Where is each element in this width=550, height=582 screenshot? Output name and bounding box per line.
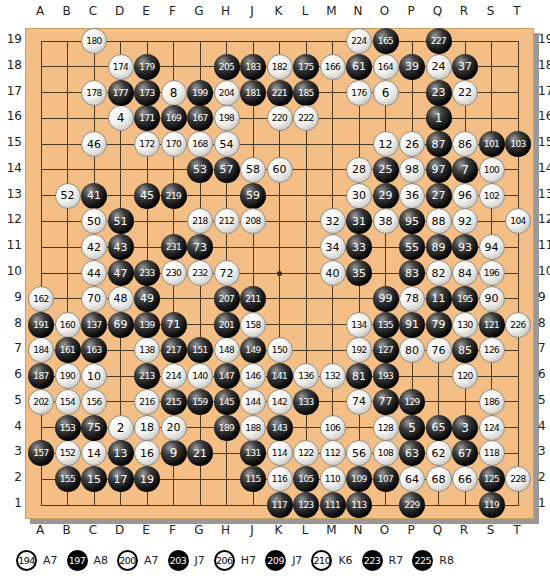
row-label-left-4: 4 — [0, 419, 22, 433]
stone-T2: 228 — [505, 466, 531, 492]
stone-O18: 164 — [373, 54, 399, 80]
stone-Q11: 89 — [426, 234, 452, 260]
stone-N12: 31 — [346, 208, 372, 234]
row-label-left-7: 7 — [0, 341, 22, 355]
stone-D3: 13 — [108, 440, 134, 466]
stone-J6: 146 — [240, 363, 266, 389]
stone-L6: 136 — [293, 363, 319, 389]
caption-move-point-200: A7 — [144, 554, 159, 567]
stone-E4: 18 — [134, 415, 160, 441]
stone-N17: 176 — [346, 80, 372, 106]
stone-R9: 195 — [452, 286, 478, 312]
stone-C6: 10 — [81, 363, 107, 389]
stone-O7: 127 — [373, 337, 399, 363]
col-label-top-C: C — [84, 4, 102, 18]
stone-C12: 50 — [81, 208, 107, 234]
stone-K5: 142 — [267, 389, 293, 415]
stone-R13: 96 — [452, 183, 478, 209]
row-label-right-5: 5 — [538, 393, 550, 407]
stone-G11: 73 — [187, 234, 213, 260]
caption-move-point-225: R8 — [439, 554, 454, 567]
stone-T8: 226 — [505, 312, 531, 338]
row-label-left-15: 15 — [0, 135, 22, 149]
caption-move-circle-209: 209 — [265, 550, 286, 571]
stone-M11: 34 — [320, 234, 346, 260]
stone-R10: 84 — [452, 260, 478, 286]
row-label-right-18: 18 — [538, 58, 550, 72]
stone-O15: 12 — [373, 131, 399, 157]
row-label-left-2: 2 — [0, 470, 22, 484]
stone-D11: 43 — [108, 234, 134, 260]
stone-P13: 36 — [399, 183, 425, 209]
stone-O5: 77 — [373, 389, 399, 415]
stone-G5: 159 — [187, 389, 213, 415]
stone-L5: 133 — [293, 389, 319, 415]
stone-K7: 150 — [267, 337, 293, 363]
row-label-right-1: 1 — [538, 496, 550, 510]
stone-K1: 117 — [267, 492, 293, 518]
col-label-bottom-F: F — [164, 523, 182, 537]
stone-D4: 2 — [108, 415, 134, 441]
stone-R2: 66 — [452, 466, 478, 492]
stone-G14: 53 — [187, 157, 213, 183]
caption-entry-200: 200A7 — [117, 550, 168, 571]
stone-C8: 137 — [81, 312, 107, 338]
stone-F17: 8 — [161, 80, 187, 106]
stone-E6: 213 — [134, 363, 160, 389]
stone-A3: 157 — [28, 440, 54, 466]
stone-N11: 33 — [346, 234, 372, 260]
stone-M18: 166 — [320, 54, 346, 80]
stone-E18: 179 — [134, 54, 160, 80]
stone-A7: 184 — [28, 337, 54, 363]
stone-D17: 177 — [108, 80, 134, 106]
stone-Q19: 227 — [426, 28, 452, 54]
col-label-bottom-B: B — [58, 523, 76, 537]
row-label-left-3: 3 — [0, 444, 22, 458]
row-label-right-13: 13 — [538, 187, 550, 201]
stone-S15: 101 — [479, 131, 505, 157]
stone-R3: 67 — [452, 440, 478, 466]
stone-R14: 7 — [452, 157, 478, 183]
stone-K2: 116 — [267, 466, 293, 492]
row-label-left-9: 9 — [0, 290, 22, 304]
stone-F6: 214 — [161, 363, 187, 389]
stone-N6: 81 — [346, 363, 372, 389]
stone-K18: 182 — [267, 54, 293, 80]
stone-B7: 161 — [55, 337, 81, 363]
stone-M6: 132 — [320, 363, 346, 389]
row-label-left-8: 8 — [0, 316, 22, 330]
col-label-bottom-Q: Q — [429, 523, 447, 537]
stone-Q13: 27 — [426, 183, 452, 209]
stone-J4: 188 — [240, 415, 266, 441]
stone-K3: 114 — [267, 440, 293, 466]
col-label-top-Q: Q — [429, 4, 447, 18]
stone-D12: 51 — [108, 208, 134, 234]
stone-B6: 190 — [55, 363, 81, 389]
stone-D9: 48 — [108, 286, 134, 312]
row-label-left-11: 11 — [0, 238, 22, 252]
stone-N3: 56 — [346, 440, 372, 466]
stone-S4: 124 — [479, 415, 505, 441]
stone-Q18: 24 — [426, 54, 452, 80]
row-label-right-10: 10 — [538, 264, 550, 278]
caption-move-circle-223: 223 — [362, 550, 383, 571]
col-label-bottom-A: A — [31, 523, 49, 537]
col-label-bottom-P: P — [402, 523, 420, 537]
col-label-bottom-J: J — [243, 523, 261, 537]
stone-Q17: 23 — [426, 80, 452, 106]
col-label-bottom-E: E — [137, 523, 155, 537]
stone-E15: 172 — [134, 131, 160, 157]
stone-N8: 134 — [346, 312, 372, 338]
caption-entry-223: 223R7 — [362, 550, 413, 571]
stone-T15: 103 — [505, 131, 531, 157]
stone-C19: 180 — [81, 28, 107, 54]
stone-G15: 168 — [187, 131, 213, 157]
row-label-right-14: 14 — [538, 161, 550, 175]
row-label-right-19: 19 — [538, 32, 550, 46]
col-label-top-S: S — [482, 4, 500, 18]
stone-B13: 52 — [55, 183, 81, 209]
col-label-top-J: J — [243, 4, 261, 18]
stone-E7: 138 — [134, 337, 160, 363]
col-label-top-K: K — [270, 4, 288, 18]
stone-H9: 207 — [214, 286, 240, 312]
stone-E10: 233 — [134, 260, 160, 286]
caption-bar: 194A7197A8200A7203J7206H7209J7210K6223R7… — [16, 547, 463, 573]
stone-P8: 91 — [399, 312, 425, 338]
caption-move-point-203: J7 — [195, 554, 205, 567]
row-label-left-19: 19 — [0, 32, 22, 46]
stone-C2: 15 — [81, 466, 107, 492]
col-label-bottom-L: L — [296, 523, 314, 537]
stone-H12: 212 — [214, 208, 240, 234]
stone-K14: 60 — [267, 157, 293, 183]
stone-O8: 135 — [373, 312, 399, 338]
stone-A6: 187 — [28, 363, 54, 389]
caption-move-point-223: R7 — [389, 554, 404, 567]
col-label-top-P: P — [402, 4, 420, 18]
stone-B8: 160 — [55, 312, 81, 338]
stone-O2: 107 — [373, 466, 399, 492]
caption-move-circle-210: 210 — [311, 550, 332, 571]
stone-N14: 28 — [346, 157, 372, 183]
col-label-bottom-T: T — [508, 523, 526, 537]
stone-F15: 170 — [161, 131, 187, 157]
stone-G7: 151 — [187, 337, 213, 363]
stone-S5: 186 — [479, 389, 505, 415]
col-label-bottom-G: G — [190, 523, 208, 537]
stone-M4: 106 — [320, 415, 346, 441]
stone-C13: 41 — [81, 183, 107, 209]
stone-L18: 175 — [293, 54, 319, 80]
stone-C9: 70 — [81, 286, 107, 312]
stone-P2: 64 — [399, 466, 425, 492]
stone-O14: 25 — [373, 157, 399, 183]
stone-K6: 141 — [267, 363, 293, 389]
stone-J7: 149 — [240, 337, 266, 363]
stone-A9: 162 — [28, 286, 54, 312]
stone-J14: 58 — [240, 157, 266, 183]
stone-E8: 139 — [134, 312, 160, 338]
stone-C15: 46 — [81, 131, 107, 157]
stone-H5: 145 — [214, 389, 240, 415]
stone-H8: 201 — [214, 312, 240, 338]
row-label-right-3: 3 — [538, 444, 550, 458]
stone-F3: 9 — [161, 440, 187, 466]
col-label-bottom-C: C — [84, 523, 102, 537]
col-label-bottom-D: D — [111, 523, 129, 537]
stone-P9: 78 — [399, 286, 425, 312]
row-label-left-10: 10 — [0, 264, 22, 278]
stone-L17: 185 — [293, 80, 319, 106]
col-label-top-H: H — [217, 4, 235, 18]
stone-P1: 229 — [399, 492, 425, 518]
stone-Q3: 62 — [426, 440, 452, 466]
stone-D8: 69 — [108, 312, 134, 338]
col-label-bottom-H: H — [217, 523, 235, 537]
row-label-right-6: 6 — [538, 367, 550, 381]
stone-J9: 211 — [240, 286, 266, 312]
stone-R6: 120 — [452, 363, 478, 389]
stone-D18: 174 — [108, 54, 134, 80]
stone-C5: 156 — [81, 389, 107, 415]
stone-D2: 17 — [108, 466, 134, 492]
stone-Q2: 68 — [426, 466, 452, 492]
stone-G3: 21 — [187, 440, 213, 466]
stone-H18: 205 — [214, 54, 240, 80]
stone-S9: 90 — [479, 286, 505, 312]
stone-J3: 131 — [240, 440, 266, 466]
stone-O19: 165 — [373, 28, 399, 54]
stone-H17: 204 — [214, 80, 240, 106]
stone-F13: 219 — [161, 183, 187, 209]
stone-S7: 126 — [479, 337, 505, 363]
stone-P11: 55 — [399, 234, 425, 260]
col-label-top-O: O — [376, 4, 394, 18]
stone-G17: 199 — [187, 80, 213, 106]
stone-A5: 202 — [28, 389, 54, 415]
col-label-bottom-N: N — [349, 523, 367, 537]
stone-D16: 4 — [108, 105, 134, 131]
stone-G16: 167 — [187, 105, 213, 131]
stone-R7: 85 — [452, 337, 478, 363]
stone-G6: 140 — [187, 363, 213, 389]
col-label-top-N: N — [349, 4, 367, 18]
caption-move-point-210: K6 — [338, 554, 352, 567]
stone-F4: 20 — [161, 415, 187, 441]
stone-B5: 154 — [55, 389, 81, 415]
stone-R11: 93 — [452, 234, 478, 260]
stone-F16: 169 — [161, 105, 187, 131]
caption-entry-203: 203J7 — [168, 550, 214, 571]
stone-S2: 125 — [479, 466, 505, 492]
stone-N5: 74 — [346, 389, 372, 415]
caption-entry-210: 210K6 — [311, 550, 361, 571]
row-label-right-7: 7 — [538, 341, 550, 355]
stone-H10: 72 — [214, 260, 240, 286]
go-diagram: 1234567891011121314151617181920212223242… — [0, 0, 550, 582]
stone-D10: 47 — [108, 260, 134, 286]
row-label-left-16: 16 — [0, 109, 22, 123]
stone-N18: 61 — [346, 54, 372, 80]
stone-S1: 119 — [479, 492, 505, 518]
col-label-top-B: B — [58, 4, 76, 18]
stone-Q7: 76 — [426, 337, 452, 363]
stone-H14: 57 — [214, 157, 240, 183]
stone-M3: 112 — [320, 440, 346, 466]
stone-H4: 189 — [214, 415, 240, 441]
stone-A8: 191 — [28, 312, 54, 338]
stone-N10: 35 — [346, 260, 372, 286]
stone-B4: 153 — [55, 415, 81, 441]
row-label-right-12: 12 — [538, 212, 550, 226]
stone-L2: 105 — [293, 466, 319, 492]
stone-P10: 83 — [399, 260, 425, 286]
row-label-left-18: 18 — [0, 58, 22, 72]
row-label-right-8: 8 — [538, 316, 550, 330]
stone-F5: 215 — [161, 389, 187, 415]
row-label-left-14: 14 — [0, 161, 22, 175]
col-label-top-M: M — [323, 4, 341, 18]
col-label-bottom-M: M — [323, 523, 341, 537]
caption-entry-197: 197A8 — [67, 550, 118, 571]
col-label-top-A: A — [31, 4, 49, 18]
stone-F7: 217 — [161, 337, 187, 363]
col-label-bottom-K: K — [270, 523, 288, 537]
go-board[interactable]: 1234567891011121314151617181920212223242… — [25, 28, 534, 519]
stone-P3: 63 — [399, 440, 425, 466]
stone-H15: 54 — [214, 131, 240, 157]
col-label-top-E: E — [137, 4, 155, 18]
stone-O13: 29 — [373, 183, 399, 209]
stone-E17: 173 — [134, 80, 160, 106]
col-label-top-F: F — [164, 4, 182, 18]
row-label-right-16: 16 — [538, 109, 550, 123]
row-label-right-9: 9 — [538, 290, 550, 304]
stone-P15: 26 — [399, 131, 425, 157]
caption-move-point-206: H7 — [241, 554, 256, 567]
stone-M1: 111 — [320, 492, 346, 518]
stone-S3: 118 — [479, 440, 505, 466]
caption-move-circle-225: 225 — [412, 550, 433, 571]
col-label-top-G: G — [190, 4, 208, 18]
stone-C3: 14 — [81, 440, 107, 466]
stone-S8: 121 — [479, 312, 505, 338]
stone-S14: 100 — [479, 157, 505, 183]
row-label-right-17: 17 — [538, 84, 550, 98]
stone-P5: 129 — [399, 389, 425, 415]
stone-Q16: 1 — [426, 105, 452, 131]
stone-Q12: 88 — [426, 208, 452, 234]
stone-C4: 75 — [81, 415, 107, 441]
stone-R4: 3 — [452, 415, 478, 441]
col-label-bottom-R: R — [455, 523, 473, 537]
row-label-left-6: 6 — [0, 367, 22, 381]
stone-R8: 130 — [452, 312, 478, 338]
stone-C17: 178 — [81, 80, 107, 106]
row-label-left-13: 13 — [0, 187, 22, 201]
stone-L3: 122 — [293, 440, 319, 466]
stone-H7: 148 — [214, 337, 240, 363]
stone-P12: 95 — [399, 208, 425, 234]
col-label-top-T: T — [508, 4, 526, 18]
caption-move-point-197: A8 — [94, 554, 109, 567]
caption-move-circle-200: 200 — [117, 550, 138, 571]
stone-K16: 220 — [267, 105, 293, 131]
stone-N1: 113 — [346, 492, 372, 518]
stone-N7: 192 — [346, 337, 372, 363]
stone-C7: 163 — [81, 337, 107, 363]
stone-N13: 30 — [346, 183, 372, 209]
col-label-bottom-O: O — [376, 523, 394, 537]
stone-P18: 39 — [399, 54, 425, 80]
stone-E9: 49 — [134, 286, 160, 312]
stone-L16: 222 — [293, 105, 319, 131]
stone-B3: 152 — [55, 440, 81, 466]
stone-K4: 143 — [267, 415, 293, 441]
stone-Q8: 79 — [426, 312, 452, 338]
caption-move-circle-206: 206 — [214, 550, 235, 571]
col-label-top-D: D — [111, 4, 129, 18]
stone-E16: 171 — [134, 105, 160, 131]
row-label-left-17: 17 — [0, 84, 22, 98]
stone-Q10: 82 — [426, 260, 452, 286]
stone-O17: 6 — [373, 80, 399, 106]
caption-move-circle-197: 197 — [67, 550, 88, 571]
stone-G12: 218 — [187, 208, 213, 234]
col-label-top-L: L — [296, 4, 314, 18]
caption-move-circle-194: 194 — [16, 550, 37, 571]
caption-entry-194: 194A7 — [16, 550, 67, 571]
stone-N2: 109 — [346, 466, 372, 492]
stone-M12: 32 — [320, 208, 346, 234]
stone-P7: 80 — [399, 337, 425, 363]
stone-R12: 92 — [452, 208, 478, 234]
stone-J13: 59 — [240, 183, 266, 209]
star-point-K10 — [277, 271, 282, 276]
stone-O6: 193 — [373, 363, 399, 389]
stone-B2: 155 — [55, 466, 81, 492]
stone-J12: 208 — [240, 208, 266, 234]
stone-H16: 198 — [214, 105, 240, 131]
stone-H6: 147 — [214, 363, 240, 389]
grid-line-vertical — [518, 41, 519, 506]
stone-O3: 108 — [373, 440, 399, 466]
stone-P4: 5 — [399, 415, 425, 441]
caption-move-point-209: J7 — [292, 554, 302, 567]
stone-S11: 94 — [479, 234, 505, 260]
caption-entry-209: 209J7 — [265, 550, 311, 571]
row-label-left-5: 5 — [0, 393, 22, 407]
row-label-right-4: 4 — [538, 419, 550, 433]
col-label-bottom-S: S — [482, 523, 500, 537]
stone-Q4: 65 — [426, 415, 452, 441]
stone-J2: 115 — [240, 466, 266, 492]
stone-O9: 99 — [373, 286, 399, 312]
row-label-left-1: 1 — [0, 496, 22, 510]
col-label-top-R: R — [455, 4, 473, 18]
stone-M10: 40 — [320, 260, 346, 286]
stone-J5: 144 — [240, 389, 266, 415]
stone-R15: 86 — [452, 131, 478, 157]
stone-T12: 104 — [505, 208, 531, 234]
stone-P14: 98 — [399, 157, 425, 183]
stone-L1: 123 — [293, 492, 319, 518]
stone-S13: 102 — [479, 183, 505, 209]
